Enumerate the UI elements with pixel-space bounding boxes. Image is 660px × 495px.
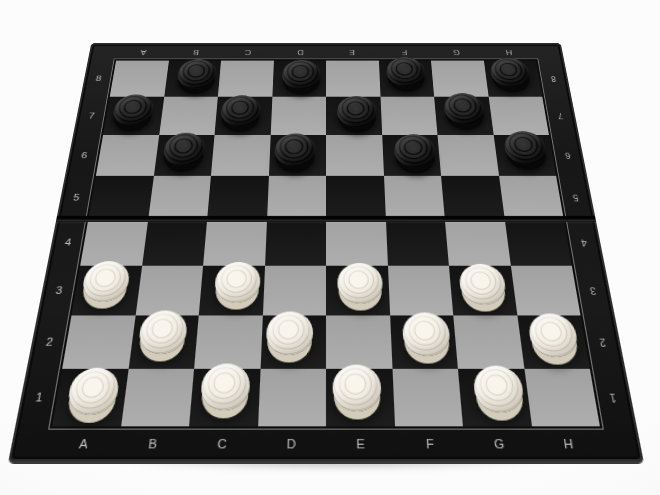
square-g7[interactable] xyxy=(434,97,493,135)
file-label-bottom-b: B xyxy=(116,426,189,461)
square-b2[interactable] xyxy=(128,315,199,368)
square-a2[interactable] xyxy=(62,315,135,368)
square-a8[interactable] xyxy=(110,61,169,97)
square-e3[interactable] xyxy=(326,266,390,316)
file-label-bottom-e: E xyxy=(326,426,396,461)
file-labels-bottom: ABCDEFGH xyxy=(46,426,606,461)
square-a4[interactable] xyxy=(80,219,148,265)
square-b6[interactable] xyxy=(153,135,214,176)
file-label-bottom-c: C xyxy=(186,426,258,461)
square-c8[interactable] xyxy=(218,61,274,97)
white-checker-e3[interactable] xyxy=(337,263,383,304)
square-a3[interactable] xyxy=(71,266,141,316)
white-checker-a3[interactable] xyxy=(80,261,131,302)
black-checker-d6[interactable] xyxy=(274,133,316,166)
white-checker-h2[interactable] xyxy=(527,313,580,357)
square-h4[interactable] xyxy=(504,219,572,265)
square-e5[interactable] xyxy=(326,176,385,219)
square-e2[interactable] xyxy=(326,315,392,368)
black-checker-c7[interactable] xyxy=(220,95,262,126)
square-h8[interactable] xyxy=(483,61,542,97)
file-label-top-e: E xyxy=(326,43,378,60)
square-e4[interactable] xyxy=(326,219,387,265)
black-checker-g7[interactable] xyxy=(443,93,486,124)
square-a1[interactable] xyxy=(52,369,128,426)
black-checker-d8[interactable] xyxy=(282,60,321,90)
square-d4[interactable] xyxy=(265,219,326,265)
file-label-bottom-a: A xyxy=(46,426,121,461)
black-checker-h6[interactable] xyxy=(503,131,549,164)
square-d7[interactable] xyxy=(270,97,326,135)
white-checker-c1[interactable] xyxy=(199,364,250,411)
square-h2[interactable] xyxy=(517,315,590,368)
square-h6[interactable] xyxy=(493,135,556,176)
black-checker-e7[interactable] xyxy=(337,96,377,127)
file-label-top-d: D xyxy=(274,43,326,60)
square-b8[interactable] xyxy=(164,61,221,97)
square-f2[interactable] xyxy=(390,315,458,368)
square-c1[interactable] xyxy=(189,369,260,426)
checkers-board: ABCDEFGH ABCDEFGH 87654321 87654321 xyxy=(8,43,643,461)
square-g2[interactable] xyxy=(453,315,524,368)
white-checker-g3[interactable] xyxy=(458,264,507,305)
file-labels-top: ABCDEFGH xyxy=(116,43,536,60)
square-c2[interactable] xyxy=(194,315,262,368)
file-label-bottom-d: D xyxy=(256,426,326,461)
square-f5[interactable] xyxy=(384,176,445,219)
file-label-bottom-h: H xyxy=(531,426,606,461)
file-label-bottom-g: G xyxy=(463,426,536,461)
file-label-top-b: B xyxy=(169,43,223,60)
square-d5[interactable] xyxy=(267,176,326,219)
square-c6[interactable] xyxy=(211,135,270,176)
square-e1[interactable] xyxy=(326,369,394,426)
file-label-bottom-f: F xyxy=(394,426,466,461)
square-a7[interactable] xyxy=(103,97,164,135)
black-checker-b6[interactable] xyxy=(162,133,206,166)
square-b1[interactable] xyxy=(121,369,194,426)
square-f7[interactable] xyxy=(380,97,437,135)
square-f8[interactable] xyxy=(378,61,434,97)
square-a6[interactable] xyxy=(96,135,159,176)
white-checker-a1[interactable] xyxy=(65,368,121,415)
white-checker-e1[interactable] xyxy=(332,365,381,412)
square-b3[interactable] xyxy=(135,266,203,316)
file-label-top-g: G xyxy=(429,43,483,60)
square-e6[interactable] xyxy=(326,135,384,176)
square-g8[interactable] xyxy=(431,61,488,97)
white-checker-f2[interactable] xyxy=(402,312,452,356)
photo-scene: ABCDEFGH ABCDEFGH 87654321 87654321 xyxy=(0,0,660,495)
board-grid xyxy=(52,61,600,427)
square-d3[interactable] xyxy=(262,266,326,316)
square-d8[interactable] xyxy=(272,61,326,97)
white-checker-b2[interactable] xyxy=(137,311,188,355)
square-c4[interactable] xyxy=(203,219,266,265)
square-g5[interactable] xyxy=(441,176,504,219)
square-c7[interactable] xyxy=(215,97,272,135)
white-checker-g1[interactable] xyxy=(472,366,526,413)
square-h3[interactable] xyxy=(510,266,580,316)
square-e7[interactable] xyxy=(326,97,382,135)
black-checker-f6[interactable] xyxy=(394,134,437,168)
square-f6[interactable] xyxy=(382,135,441,176)
square-c5[interactable] xyxy=(207,176,268,219)
white-checker-c3[interactable] xyxy=(213,262,260,303)
black-checker-h8[interactable] xyxy=(489,58,532,88)
square-h1[interactable] xyxy=(524,369,600,426)
square-b7[interactable] xyxy=(159,97,218,135)
square-g4[interactable] xyxy=(445,219,511,265)
black-checker-b8[interactable] xyxy=(176,59,217,89)
board-fold-seam xyxy=(56,217,596,222)
square-f4[interactable] xyxy=(385,219,448,265)
square-g6[interactable] xyxy=(437,135,498,176)
black-checker-f8[interactable] xyxy=(386,57,426,87)
black-checker-a7[interactable] xyxy=(111,95,155,126)
square-g1[interactable] xyxy=(458,369,531,426)
square-d6[interactable] xyxy=(268,135,326,176)
square-h5[interactable] xyxy=(499,176,564,219)
file-label-top-c: C xyxy=(221,43,274,60)
square-g3[interactable] xyxy=(449,266,517,316)
file-label-top-a: A xyxy=(116,43,171,60)
square-d2[interactable] xyxy=(260,315,326,368)
square-b4[interactable] xyxy=(142,219,208,265)
square-a5[interactable] xyxy=(88,176,153,219)
white-checker-d2[interactable] xyxy=(266,312,314,356)
square-e8[interactable] xyxy=(326,61,380,97)
square-b5[interactable] xyxy=(148,176,211,219)
square-c3[interactable] xyxy=(199,266,265,316)
square-d1[interactable] xyxy=(258,369,326,426)
square-h7[interactable] xyxy=(488,97,549,135)
square-f1[interactable] xyxy=(392,369,463,426)
square-f3[interactable] xyxy=(387,266,453,316)
